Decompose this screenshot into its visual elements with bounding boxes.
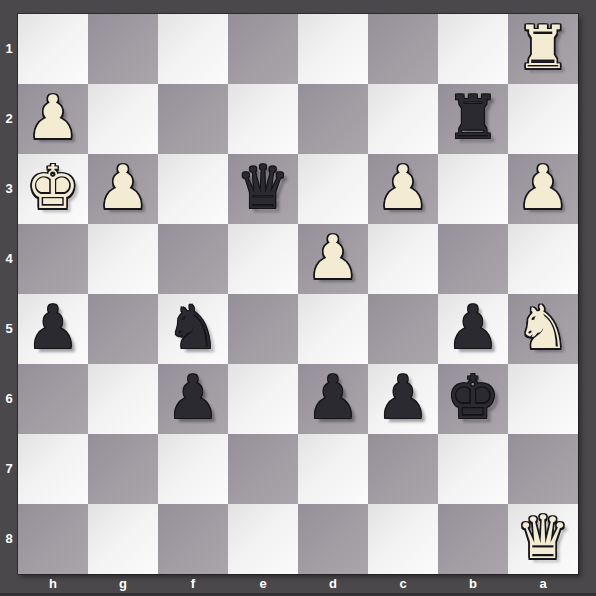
square-e3[interactable]: ♛ <box>228 154 298 224</box>
square-c8[interactable] <box>368 504 438 574</box>
square-d1[interactable] <box>298 14 368 84</box>
square-f5[interactable]: ♞ <box>158 294 228 364</box>
piece-black-pawn[interactable]: ♟ <box>376 367 430 427</box>
square-f6[interactable]: ♟ <box>158 364 228 434</box>
square-f7[interactable] <box>158 434 228 504</box>
piece-black-queen[interactable]: ♛ <box>236 157 290 217</box>
square-f3[interactable] <box>158 154 228 224</box>
piece-white-rook[interactable]: ♜ <box>516 17 570 77</box>
file-label-g: g <box>88 574 158 594</box>
square-f4[interactable] <box>158 224 228 294</box>
piece-white-king[interactable]: ♚ <box>26 157 80 217</box>
square-c1[interactable] <box>368 14 438 84</box>
square-f2[interactable] <box>158 84 228 154</box>
square-c6[interactable]: ♟ <box>368 364 438 434</box>
square-a6[interactable] <box>508 364 578 434</box>
square-d5[interactable] <box>298 294 368 364</box>
square-b7[interactable] <box>438 434 508 504</box>
square-c4[interactable] <box>368 224 438 294</box>
square-e1[interactable] <box>228 14 298 84</box>
file-label-f: f <box>158 574 228 594</box>
file-label-d: d <box>298 574 368 594</box>
square-h3[interactable]: ♚ <box>18 154 88 224</box>
square-a5[interactable]: ♞ <box>508 294 578 364</box>
square-h1[interactable] <box>18 14 88 84</box>
piece-black-pawn[interactable]: ♟ <box>446 297 500 357</box>
square-b6[interactable]: ♚ <box>438 364 508 434</box>
piece-black-knight[interactable]: ♞ <box>166 297 220 357</box>
piece-white-pawn[interactable]: ♟ <box>26 87 80 147</box>
piece-black-rook[interactable]: ♜ <box>446 87 500 147</box>
chess-diagram: ♜♟♜♚♟♛♟♟♟♟♞♟♞♟♟♟♚♛ 12345678 hgfedcba <box>0 0 596 596</box>
piece-white-knight[interactable]: ♞ <box>516 297 570 357</box>
piece-white-pawn[interactable]: ♟ <box>306 227 360 287</box>
square-e2[interactable] <box>228 84 298 154</box>
square-g6[interactable] <box>88 364 158 434</box>
square-c7[interactable] <box>368 434 438 504</box>
file-label-a: a <box>508 574 578 594</box>
square-b5[interactable]: ♟ <box>438 294 508 364</box>
square-e4[interactable] <box>228 224 298 294</box>
square-a4[interactable] <box>508 224 578 294</box>
square-g5[interactable] <box>88 294 158 364</box>
square-b3[interactable] <box>438 154 508 224</box>
square-f8[interactable] <box>158 504 228 574</box>
square-a8[interactable]: ♛ <box>508 504 578 574</box>
square-g3[interactable]: ♟ <box>88 154 158 224</box>
rank-label-4: 4 <box>0 224 18 294</box>
square-e5[interactable] <box>228 294 298 364</box>
square-d7[interactable] <box>298 434 368 504</box>
square-b2[interactable]: ♜ <box>438 84 508 154</box>
square-h6[interactable] <box>18 364 88 434</box>
square-d3[interactable] <box>298 154 368 224</box>
piece-white-pawn[interactable]: ♟ <box>376 157 430 217</box>
square-h2[interactable]: ♟ <box>18 84 88 154</box>
square-d2[interactable] <box>298 84 368 154</box>
square-d4[interactable]: ♟ <box>298 224 368 294</box>
square-a1[interactable]: ♜ <box>508 14 578 84</box>
square-b1[interactable] <box>438 14 508 84</box>
square-a2[interactable] <box>508 84 578 154</box>
chess-board: ♜♟♜♚♟♛♟♟♟♟♞♟♞♟♟♟♚♛ <box>18 14 578 574</box>
square-d6[interactable]: ♟ <box>298 364 368 434</box>
square-g2[interactable] <box>88 84 158 154</box>
piece-white-queen[interactable]: ♛ <box>516 507 570 567</box>
rank-label-2: 2 <box>0 84 18 154</box>
square-c5[interactable] <box>368 294 438 364</box>
square-f1[interactable] <box>158 14 228 84</box>
square-g8[interactable] <box>88 504 158 574</box>
square-h4[interactable] <box>18 224 88 294</box>
file-label-e: e <box>228 574 298 594</box>
piece-white-pawn[interactable]: ♟ <box>516 157 570 217</box>
square-h5[interactable]: ♟ <box>18 294 88 364</box>
square-e6[interactable] <box>228 364 298 434</box>
piece-black-pawn[interactable]: ♟ <box>26 297 80 357</box>
square-a3[interactable]: ♟ <box>508 154 578 224</box>
file-label-c: c <box>368 574 438 594</box>
square-a7[interactable] <box>508 434 578 504</box>
rank-label-6: 6 <box>0 364 18 434</box>
square-g4[interactable] <box>88 224 158 294</box>
square-h7[interactable] <box>18 434 88 504</box>
rank-label-1: 1 <box>0 14 18 84</box>
rank-label-7: 7 <box>0 434 18 504</box>
square-c2[interactable] <box>368 84 438 154</box>
square-h8[interactable] <box>18 504 88 574</box>
piece-white-pawn[interactable]: ♟ <box>96 157 150 217</box>
square-e7[interactable] <box>228 434 298 504</box>
square-g1[interactable] <box>88 14 158 84</box>
square-g7[interactable] <box>88 434 158 504</box>
square-d8[interactable] <box>298 504 368 574</box>
rank-label-3: 3 <box>0 154 18 224</box>
rank-label-5: 5 <box>0 294 18 364</box>
square-c3[interactable]: ♟ <box>368 154 438 224</box>
file-label-h: h <box>18 574 88 594</box>
square-e8[interactable] <box>228 504 298 574</box>
piece-black-pawn[interactable]: ♟ <box>306 367 360 427</box>
piece-black-king[interactable]: ♚ <box>446 367 500 427</box>
square-b4[interactable] <box>438 224 508 294</box>
piece-black-pawn[interactable]: ♟ <box>166 367 220 427</box>
rank-label-8: 8 <box>0 504 18 574</box>
square-b8[interactable] <box>438 504 508 574</box>
file-label-b: b <box>438 574 508 594</box>
